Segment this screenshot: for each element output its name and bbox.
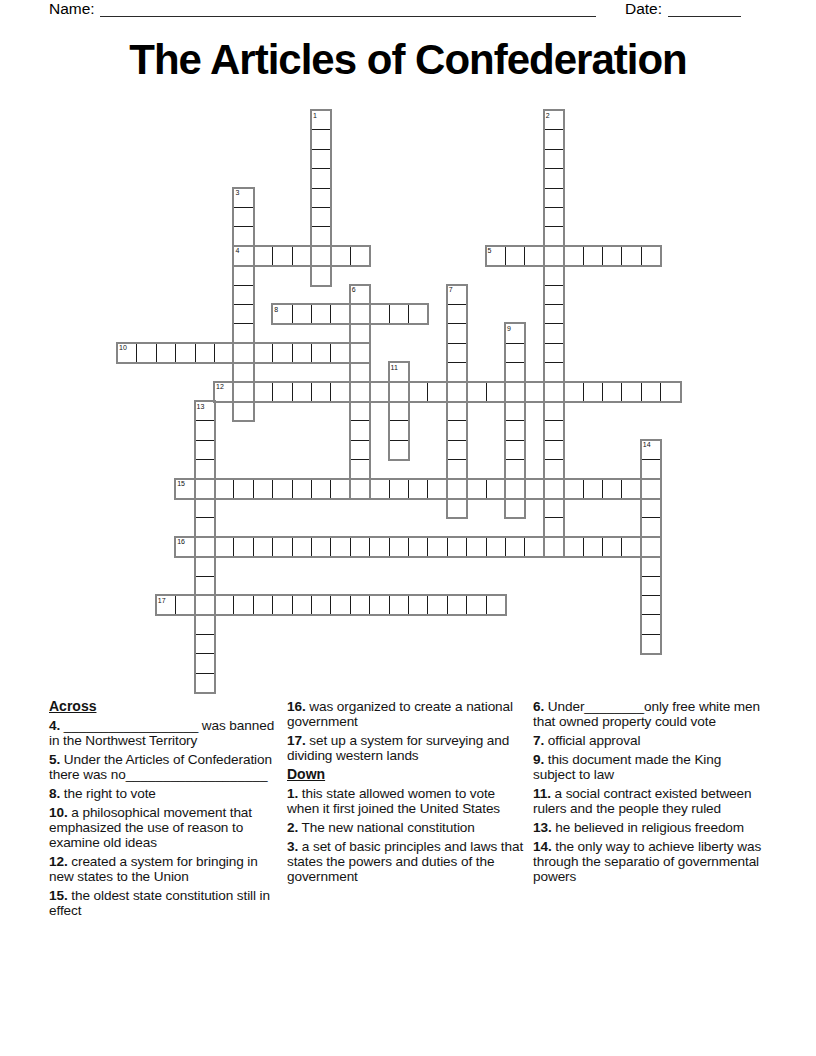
grid-cell-r11c22[interactable]	[544, 323, 564, 343]
grid-cell-r28c4[interactable]	[195, 653, 215, 673]
across-header: Across	[49, 699, 279, 714]
grid-cell-r7c12[interactable]	[350, 246, 370, 266]
grid-cell-r25c8[interactable]	[272, 595, 292, 615]
grid-cell-r21c22[interactable]	[544, 517, 564, 537]
grid-cell-r15c17[interactable]	[447, 401, 467, 421]
clue-number-6: 6	[352, 286, 356, 293]
grid-cell-r25c18[interactable]	[466, 595, 486, 615]
grid-cell-r14c28[interactable]	[660, 382, 680, 402]
grid-cell-r25c10[interactable]	[311, 595, 331, 615]
grid-cell-r16c12[interactable]	[350, 420, 370, 440]
grid-cell-r12c1[interactable]	[136, 343, 156, 363]
grid-cell-r14c12[interactable]	[350, 382, 370, 402]
grid-cell-r5c22[interactable]	[544, 207, 564, 227]
grid-cell-r22c19[interactable]	[486, 537, 506, 557]
grid-cell-r19c4[interactable]	[195, 479, 215, 499]
grid-cell-r19c5[interactable]	[214, 479, 234, 499]
grid-cell-r5c6[interactable]	[233, 207, 253, 227]
grid-cell-r22c25[interactable]	[602, 537, 622, 557]
clue-number-14: 14	[643, 441, 651, 448]
grid-cell-r22c16[interactable]	[427, 537, 447, 557]
grid-cell-r12c6[interactable]	[233, 343, 253, 363]
grid-cell-r22c4[interactable]	[195, 537, 215, 557]
date-blank-line[interactable]	[668, 16, 741, 17]
grid-cell-r4c10[interactable]	[311, 188, 331, 208]
grid-cell-r14c26[interactable]	[621, 382, 641, 402]
grid-cell-r10c12[interactable]	[350, 304, 370, 324]
down-clue-9: 9. this document made the King subject t…	[533, 752, 764, 782]
grid-cell-r18c22[interactable]	[544, 459, 564, 479]
grid-cell-r16c22[interactable]	[544, 420, 564, 440]
clue-number-12: 12	[216, 383, 224, 390]
crossword-grid: 1234567891011121314151617	[117, 110, 681, 693]
grid-cell-r22c15[interactable]	[408, 537, 428, 557]
grid-cell-r19c15[interactable]	[408, 479, 428, 499]
grid-cell-r3c10[interactable]	[311, 168, 331, 188]
grid-cell-r18c12[interactable]	[350, 459, 370, 479]
grid-cell-r19c24[interactable]	[583, 479, 603, 499]
grid-cell-r14c11[interactable]	[330, 382, 350, 402]
across-clue-5: 5. Under the Articles of Confederation t…	[49, 752, 279, 782]
grid-cell-r13c12[interactable]	[350, 362, 370, 382]
across-clue-4: 4. __________________ was banned in the …	[49, 718, 279, 748]
grid-cell-r10c13[interactable]	[369, 304, 389, 324]
grid-cell-r12c9[interactable]	[292, 343, 312, 363]
across-clue-16: 16. was organized to create a national g…	[287, 699, 525, 729]
grid-cell-r24c27[interactable]	[641, 576, 661, 596]
grid-cell-r22c14[interactable]	[389, 537, 409, 557]
grid-cell-r19c22[interactable]	[544, 479, 564, 499]
clue-number-5: 5	[488, 247, 492, 254]
across-clue-10: 10. a philosophical movement that emphas…	[49, 805, 279, 850]
grid-cell-r5c10[interactable]	[311, 207, 331, 227]
grid-cell-r25c15[interactable]	[408, 595, 428, 615]
grid-cell-r14c19[interactable]	[486, 382, 506, 402]
grid-cell-r12c5[interactable]	[214, 343, 234, 363]
grid-cell-r19c7[interactable]	[253, 479, 273, 499]
grid-cell-r26c4[interactable]	[195, 614, 215, 634]
grid-cell-r17c17[interactable]	[447, 440, 467, 460]
grid-cell-r12c20[interactable]	[505, 343, 525, 363]
grid-cell-r19c11[interactable]	[330, 479, 350, 499]
grid-cell-r14c9[interactable]	[292, 382, 312, 402]
grid-cell-r12c4[interactable]	[195, 343, 215, 363]
across-clue-17: 17. set up a system for surveying and di…	[287, 733, 525, 763]
down-clue-7: 7. official approval	[533, 733, 764, 748]
grid-cell-r22c12[interactable]	[350, 537, 370, 557]
grid-cell-r23c27[interactable]	[641, 556, 661, 576]
grid-cell-r12c8[interactable]	[272, 343, 292, 363]
down-clue-1: 1. this state allowed women to vote when…	[287, 786, 525, 816]
grid-cell-r1c10[interactable]	[311, 129, 331, 149]
clue-number-11: 11	[391, 364, 398, 371]
grid-cell-r14c15[interactable]	[408, 382, 428, 402]
grid-cell-r12c10[interactable]	[311, 343, 331, 363]
grid-cell-r14c10[interactable]	[311, 382, 331, 402]
grid-cell-r19c10[interactable]	[311, 479, 331, 499]
grid-cell-r14c8[interactable]	[272, 382, 292, 402]
grid-cell-r6c6[interactable]	[233, 226, 253, 246]
grid-cell-r22c8[interactable]	[272, 537, 292, 557]
grid-cell-r19c17[interactable]	[447, 479, 467, 499]
grid-cell-r19c12[interactable]	[350, 479, 370, 499]
grid-cell-r20c4[interactable]	[195, 498, 215, 518]
grid-cell-r7c8[interactable]	[272, 246, 292, 266]
grid-cell-r17c4[interactable]	[195, 440, 215, 460]
grid-cell-r19c14[interactable]	[389, 479, 409, 499]
down-clue-3: 3. a set of basic principles and laws th…	[287, 839, 525, 884]
grid-cell-r22c26[interactable]	[621, 537, 641, 557]
grid-cell-r19c23[interactable]	[563, 479, 583, 499]
grid-cell-r1c22[interactable]	[544, 129, 564, 149]
grid-cell-r22c7[interactable]	[253, 537, 273, 557]
grid-cell-r19c16[interactable]	[427, 479, 447, 499]
grid-cell-r11c17[interactable]	[447, 323, 467, 343]
grid-cell-r13c17[interactable]	[447, 362, 467, 382]
grid-cell-r18c17[interactable]	[447, 459, 467, 479]
grid-cell-r26c27[interactable]	[641, 614, 661, 634]
grid-cell-r27c4[interactable]	[195, 634, 215, 654]
grid-cell-r7c9[interactable]	[292, 246, 312, 266]
grid-cell-r25c19[interactable]	[486, 595, 506, 615]
across-clue-8: 8. the right to vote	[49, 786, 279, 801]
grid-cell-r10c22[interactable]	[544, 304, 564, 324]
date-label: Date:	[625, 0, 662, 18]
grid-cell-r2c10[interactable]	[311, 149, 331, 169]
grid-cell-r17c20[interactable]	[505, 440, 525, 460]
grid-cell-r10c10[interactable]	[311, 304, 331, 324]
grid-cell-r25c3[interactable]	[175, 595, 195, 615]
grid-cell-r10c15[interactable]	[408, 304, 428, 324]
grid-cell-r19c8[interactable]	[272, 479, 292, 499]
grid-cell-r10c9[interactable]	[292, 304, 312, 324]
grid-cell-r15c22[interactable]	[544, 401, 564, 421]
grid-cell-r23c4[interactable]	[195, 556, 215, 576]
grid-cell-r10c11[interactable]	[330, 304, 350, 324]
grid-cell-r17c14[interactable]	[389, 440, 409, 460]
across-clue-15: 15. the oldest state constitution still …	[49, 888, 279, 918]
grid-cell-r14c24[interactable]	[583, 382, 603, 402]
grid-cell-r10c17[interactable]	[447, 304, 467, 324]
grid-cell-r10c6[interactable]	[233, 304, 253, 324]
grid-cell-r9c22[interactable]	[544, 285, 564, 305]
grid-cell-r25c16[interactable]	[427, 595, 447, 615]
grid-cell-r10c14[interactable]	[389, 304, 409, 324]
grid-cell-r18c4[interactable]	[195, 459, 215, 479]
grid-cell-r8c22[interactable]	[544, 265, 564, 285]
grid-cell-r18c20[interactable]	[505, 459, 525, 479]
grid-cell-r14c7[interactable]	[253, 382, 273, 402]
grid-cell-r25c9[interactable]	[292, 595, 312, 615]
clue-number-4: 4	[235, 247, 239, 254]
grid-cell-r16c20[interactable]	[505, 420, 525, 440]
grid-cell-r19c20[interactable]	[505, 479, 525, 499]
grid-cell-r14c21[interactable]	[524, 382, 544, 402]
grid-cell-r13c22[interactable]	[544, 362, 564, 382]
grid-cell-r19c18[interactable]	[466, 479, 486, 499]
grid-cell-r12c12[interactable]	[350, 343, 370, 363]
grid-cell-r6c22[interactable]	[544, 226, 564, 246]
grid-cell-r14c22[interactable]	[544, 382, 564, 402]
clue-number-8: 8	[274, 306, 278, 313]
grid-cell-r25c13[interactable]	[369, 595, 389, 615]
grid-cell-r29c4[interactable]	[195, 673, 215, 693]
grid-cell-r6c10[interactable]	[311, 226, 331, 246]
grid-cell-r12c11[interactable]	[330, 343, 350, 363]
grid-cell-r25c11[interactable]	[330, 595, 350, 615]
clue-number-15: 15	[177, 480, 185, 487]
grid-cell-r25c7[interactable]	[253, 595, 273, 615]
grid-cell-r22c17[interactable]	[447, 537, 467, 557]
grid-cell-r13c20[interactable]	[505, 362, 525, 382]
grid-cell-r15c14[interactable]	[389, 401, 409, 421]
grid-cell-r19c6[interactable]	[233, 479, 253, 499]
grid-cell-r20c20[interactable]	[505, 498, 525, 518]
grid-cell-r14c25[interactable]	[602, 382, 622, 402]
grid-cell-r13c6[interactable]	[233, 362, 253, 382]
grid-cell-r7c27[interactable]	[641, 246, 661, 266]
across-clue-12: 12. created a system for bringing in new…	[49, 854, 279, 884]
clue-number-16: 16	[177, 538, 185, 545]
down-clue-6: 6. Under________only free white men that…	[533, 699, 764, 729]
clue-number-13: 13	[197, 403, 205, 410]
grid-cell-r22c24[interactable]	[583, 537, 603, 557]
grid-cell-r22c21[interactable]	[524, 537, 544, 557]
grid-cell-r22c13[interactable]	[369, 537, 389, 557]
clue-number-3: 3	[235, 189, 239, 196]
grid-cell-r12c7[interactable]	[253, 343, 273, 363]
grid-cell-r19c13[interactable]	[369, 479, 389, 499]
grid-cell-r7c23[interactable]	[563, 246, 583, 266]
grid-cell-r25c6[interactable]	[233, 595, 253, 615]
grid-cell-r19c25[interactable]	[602, 479, 622, 499]
grid-cell-r22c5[interactable]	[214, 537, 234, 557]
clue-number-17: 17	[158, 597, 166, 604]
grid-cell-r7c22[interactable]	[544, 246, 564, 266]
grid-cell-r7c24[interactable]	[583, 246, 603, 266]
grid-cell-r7c21[interactable]	[524, 246, 544, 266]
grid-cell-r25c17[interactable]	[447, 595, 467, 615]
grid-cell-r19c19[interactable]	[486, 479, 506, 499]
grid-cell-r17c12[interactable]	[350, 440, 370, 460]
grid-cell-r22c27[interactable]	[641, 537, 661, 557]
grid-cell-r7c11[interactable]	[330, 246, 350, 266]
grid-cell-r14c17[interactable]	[447, 382, 467, 402]
down-clue-13: 13. he believed in religious freedom	[533, 820, 764, 835]
grid-cell-r9c6[interactable]	[233, 285, 253, 305]
grid-cell-r7c10[interactable]	[311, 246, 331, 266]
grid-cell-r7c26[interactable]	[621, 246, 641, 266]
grid-cell-r20c27[interactable]	[641, 498, 661, 518]
clues-column-1: Across4. __________________ was banned i…	[49, 699, 279, 922]
clue-number-1: 1	[313, 112, 317, 119]
grid-cell-r25c5[interactable]	[214, 595, 234, 615]
clue-number-9: 9	[507, 325, 511, 332]
grid-cell-r20c17[interactable]	[447, 498, 467, 518]
grid-cell-r15c20[interactable]	[505, 401, 525, 421]
grid-cell-r14c18[interactable]	[466, 382, 486, 402]
name-label: Name:	[49, 0, 95, 18]
grid-cell-r7c7[interactable]	[253, 246, 273, 266]
grid-cell-r14c27[interactable]	[641, 382, 661, 402]
grid-cell-r14c20[interactable]	[505, 382, 525, 402]
grid-cell-r25c12[interactable]	[350, 595, 370, 615]
grid-cell-r12c2[interactable]	[156, 343, 176, 363]
grid-cell-r14c13[interactable]	[369, 382, 389, 402]
grid-cell-r19c21[interactable]	[524, 479, 544, 499]
down-clue-11: 11. a social contract existed between ru…	[533, 786, 764, 816]
grid-cell-r14c14[interactable]	[389, 382, 409, 402]
grid-cell-r16c4[interactable]	[195, 420, 215, 440]
down-header: Down	[287, 767, 525, 782]
grid-cell-r22c11[interactable]	[330, 537, 350, 557]
grid-cell-r22c18[interactable]	[466, 537, 486, 557]
clue-number-10: 10	[119, 344, 127, 351]
clues-column-2: 16. was organized to create a national g…	[287, 699, 525, 888]
grid-cell-r22c22[interactable]	[544, 537, 564, 557]
grid-cell-r11c6[interactable]	[233, 323, 253, 343]
grid-cell-r12c17[interactable]	[447, 343, 467, 363]
grid-cell-r14c23[interactable]	[563, 382, 583, 402]
grid-cell-r22c9[interactable]	[292, 537, 312, 557]
grid-cell-r7c25[interactable]	[602, 246, 622, 266]
page-title: The Articles of Confederation	[0, 36, 816, 84]
grid-cell-r22c20[interactable]	[505, 537, 525, 557]
grid-cell-r19c27[interactable]	[641, 479, 661, 499]
grid-cell-r2c22[interactable]	[544, 149, 564, 169]
grid-cell-r19c9[interactable]	[292, 479, 312, 499]
grid-cell-r20c22[interactable]	[544, 498, 564, 518]
grid-cell-r3c22[interactable]	[544, 168, 564, 188]
grid-cell-r4c22[interactable]	[544, 188, 564, 208]
grid-cell-r25c4[interactable]	[195, 595, 215, 615]
grid-cell-r25c27[interactable]	[641, 595, 661, 615]
name-blank-line[interactable]	[100, 16, 596, 17]
grid-cell-r16c14[interactable]	[389, 420, 409, 440]
grid-cell-r16c17[interactable]	[447, 420, 467, 440]
grid-cell-r22c6[interactable]	[233, 537, 253, 557]
grid-cell-r21c4[interactable]	[195, 517, 215, 537]
grid-cell-r22c23[interactable]	[563, 537, 583, 557]
grid-cell-r11c12[interactable]	[350, 323, 370, 343]
grid-cell-r24c4[interactable]	[195, 576, 215, 596]
grid-cell-r8c10[interactable]	[311, 265, 331, 285]
grid-cell-r12c22[interactable]	[544, 343, 564, 363]
grid-cell-r15c6[interactable]	[233, 401, 253, 421]
grid-cell-r22c10[interactable]	[311, 537, 331, 557]
clue-number-2: 2	[546, 112, 550, 119]
grid-cell-r19c26[interactable]	[621, 479, 641, 499]
grid-cell-r17c22[interactable]	[544, 440, 564, 460]
down-clue-2: 2. The new national constitution	[287, 820, 525, 835]
grid-cell-r14c16[interactable]	[427, 382, 447, 402]
grid-cell-r18c27[interactable]	[641, 459, 661, 479]
grid-cell-r27c27[interactable]	[641, 634, 661, 654]
grid-cell-r21c27[interactable]	[641, 517, 661, 537]
grid-cell-r8c6[interactable]	[233, 265, 253, 285]
clue-number-7: 7	[449, 286, 453, 293]
grid-cell-r12c3[interactable]	[175, 343, 195, 363]
grid-cell-r25c14[interactable]	[389, 595, 409, 615]
grid-cell-r14c6[interactable]	[233, 382, 253, 402]
grid-cell-r7c20[interactable]	[505, 246, 525, 266]
clues-column-3: 6. Under________only free white men that…	[533, 699, 764, 888]
down-clue-14: 14. the only way to achieve liberty was …	[533, 839, 764, 884]
grid-cell-r15c12[interactable]	[350, 401, 370, 421]
